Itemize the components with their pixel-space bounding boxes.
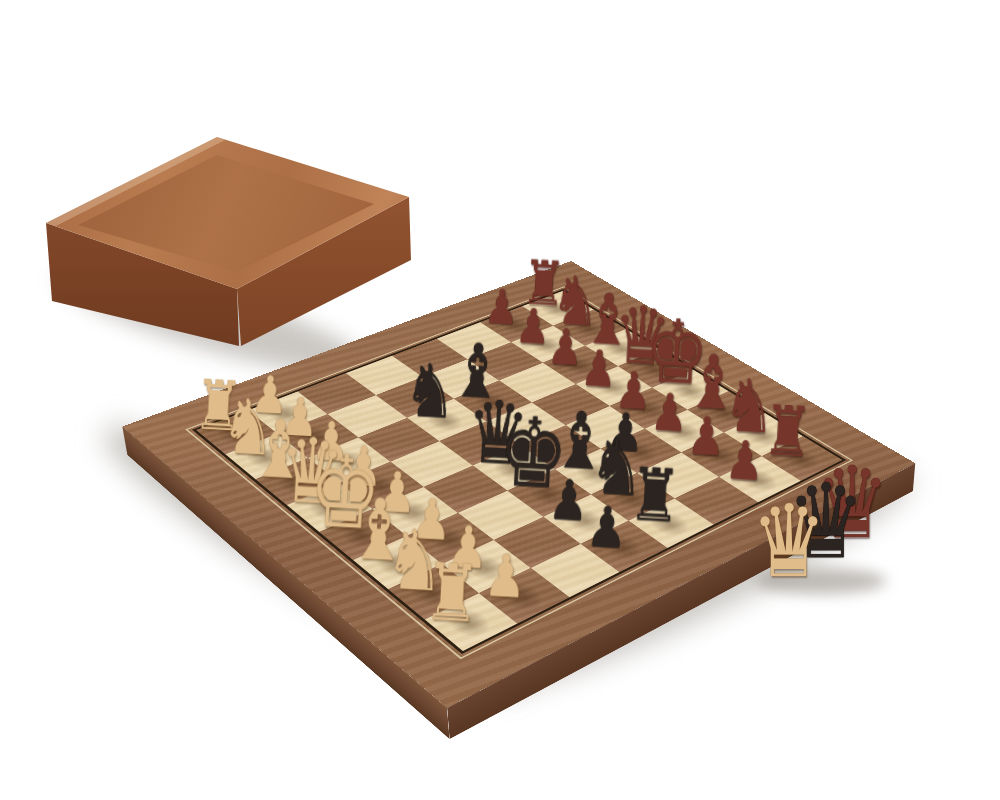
red-pawn-c7: ♟: [546, 322, 584, 373]
board-scene: ♜♞♝♛♚♝♞♜♟♟♟♟♟♟♟♟♟♝♝♞♜♞♛♚♟♟♟♟♟♟♟♟♟♟♜♞♝♛♚♝…: [0, 0, 1000, 800]
red-pawn-d7: ♟: [579, 342, 617, 394]
red-rook-h8: ♜: [761, 397, 814, 468]
ebonised-pawn-g4: ♟: [547, 471, 590, 528]
boxwood-pawn-h2: ♟: [482, 546, 527, 607]
red-pawn-a7: ♟: [483, 282, 519, 331]
red-pawn-g7: ♟: [686, 409, 726, 463]
ebonised-pawn-h4: ♟: [585, 498, 629, 557]
ebonised-knight-c4: ♞: [402, 353, 459, 429]
red-pawn-b7: ♟: [514, 302, 551, 352]
boxwood-rook-h1: ♜: [421, 552, 482, 633]
red-pawn-f7: ♟: [649, 386, 689, 439]
red-pawn-h7: ♟: [724, 433, 765, 488]
spare-queen-boxwood: ♛: [751, 492, 826, 592]
ebonised-rook-h5: ♜: [627, 458, 683, 533]
product-photo: ♜♞♝♛♚♝♞♜♟♟♟♟♟♟♟♟♟♝♝♞♜♞♛♚♟♟♟♟♟♟♟♟♟♟♜♞♝♛♚♝…: [0, 0, 1000, 800]
